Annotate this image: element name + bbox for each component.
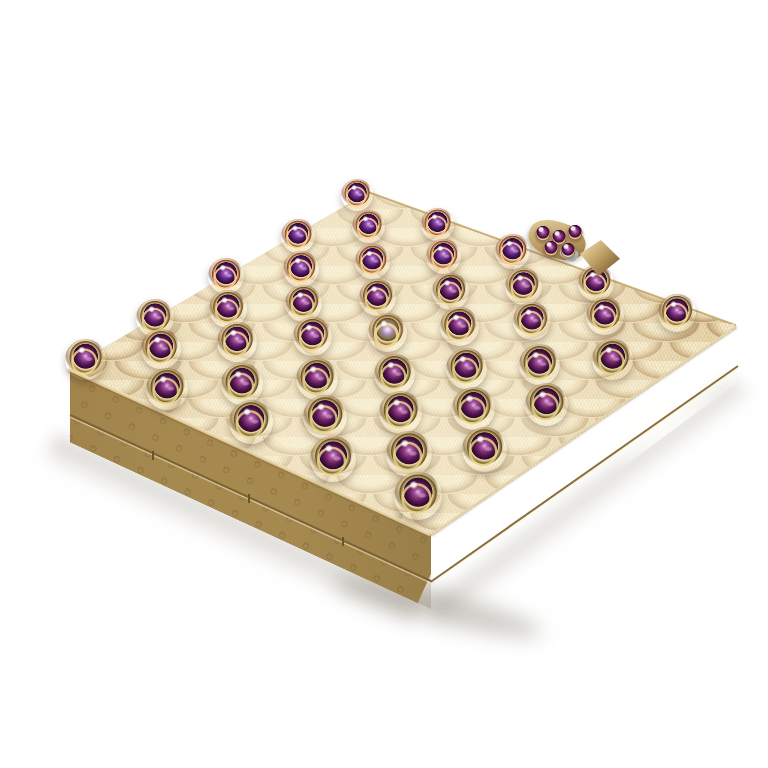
clasp-thumb-tab [580,240,620,276]
clasp-gem-stone [567,224,583,240]
clasp-gem-stone [543,240,559,256]
clasp-gem-stone [535,225,551,241]
clasp-gem-stone [560,242,576,258]
clasp-group [0,0,768,768]
photo-canvas [0,0,768,768]
